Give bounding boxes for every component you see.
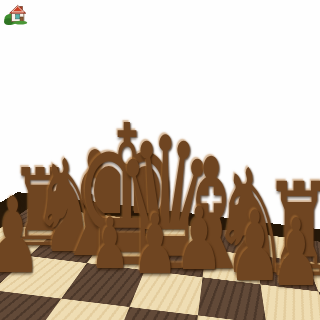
chess-pieces-layer: ♜♞♝♚♛♝♞♜♟♟♟♟♟♟ (0, 0, 320, 320)
chess-piece-pawn: ♟ (132, 203, 178, 286)
chess-piece-pawn: ♟ (90, 208, 129, 279)
chess-piece-pawn: ♟ (0, 185, 42, 288)
chess-set-product-photo: ♜♞♝♚♛♝♞♜♟♟♟♟♟♟ (0, 0, 320, 320)
chess-piece-pawn: ♟ (175, 196, 223, 283)
house-with-garden-icon (4, 2, 28, 26)
chess-piece-pawn: ♟ (270, 207, 320, 300)
